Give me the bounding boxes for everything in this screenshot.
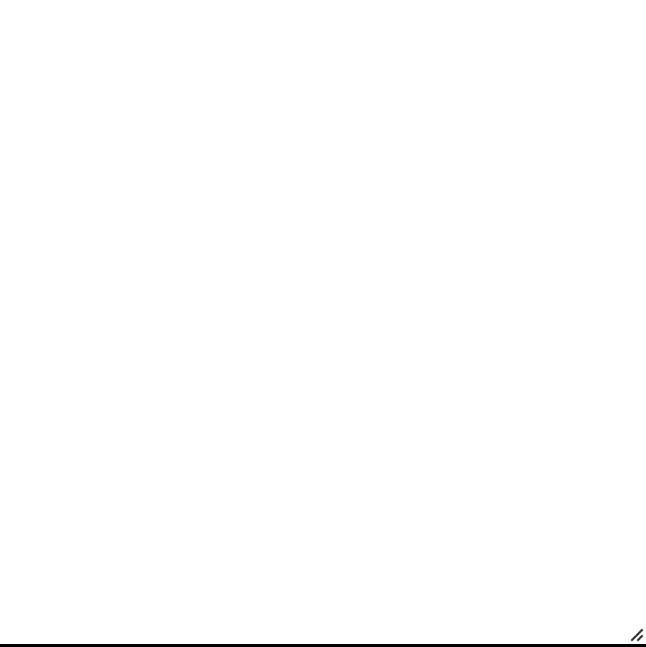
resize-handle-icon[interactable] bbox=[626, 624, 644, 642]
chess-app bbox=[0, 0, 646, 647]
chess-board bbox=[0, 0, 646, 644]
